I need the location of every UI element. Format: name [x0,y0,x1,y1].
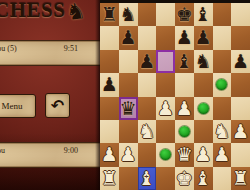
piece-white-bishop: ♝ [194,167,213,190]
square-g7[interactable] [213,26,232,49]
square-a8[interactable]: ♜ [100,3,119,26]
piece-white-pawn: ♟ [194,143,213,166]
square-f7[interactable]: ♟ [194,26,213,49]
square-d1[interactable] [156,167,175,190]
square-f8[interactable]: ♝ [194,3,213,26]
square-d6[interactable] [156,50,175,73]
piece-white-queen: ♛ [175,143,194,166]
square-b1[interactable] [119,167,138,190]
opponent-player-card: Cpu (5) 9:51 [0,40,103,66]
square-h6[interactable]: ♟ [231,50,250,73]
square-f6[interactable]: ♞ [194,50,213,73]
square-e5[interactable] [175,73,194,96]
square-c1[interactable]: ♝ [138,167,157,190]
piece-white-pawn: ♟ [100,143,119,166]
square-d2[interactable] [156,143,175,166]
square-e1[interactable]: ♚ [175,167,194,190]
square-b2[interactable]: ♟ [119,143,138,166]
piece-black-knight: ♞ [119,3,138,26]
menu-button[interactable]: Menu [0,94,36,118]
square-d4[interactable]: ♟ [156,97,175,120]
piece-white-bishop: ♝ [138,167,157,190]
square-d8[interactable] [156,3,175,26]
square-e4[interactable]: ♟ [175,97,194,120]
chess-app: CHESS♞ Cpu (5) 9:51 Menu ↶ You 9:00 ♜♞♚♝… [0,0,250,190]
piece-white-pawn: ♟ [119,143,138,166]
piece-white-rook: ♜ [231,167,250,190]
piece-black-pawn: ♟ [231,50,250,73]
square-f4[interactable] [194,97,213,120]
square-c6[interactable]: ♟ [138,50,157,73]
piece-black-pawn: ♟ [138,50,157,73]
legal-move-dot[interactable] [179,126,190,137]
opponent-name: Cpu (5) [0,44,17,53]
square-c2[interactable] [138,143,157,166]
left-panel: CHESS♞ Cpu (5) 9:51 Menu ↶ You 9:00 [0,0,100,190]
square-a5[interactable]: ♟ [100,73,119,96]
square-b6[interactable] [119,50,138,73]
square-g4[interactable] [213,97,232,120]
square-a1[interactable]: ♜ [100,167,119,190]
square-g3[interactable]: ♞ [213,120,232,143]
square-a3[interactable] [100,120,119,143]
square-c8[interactable] [138,3,157,26]
square-d5[interactable] [156,73,175,96]
square-b4[interactable]: ♛ [119,97,138,120]
square-a6[interactable] [100,50,119,73]
opponent-clock: 9:51 [64,44,78,53]
user-name: You [0,146,5,155]
knight-icon: ♞ [65,0,88,25]
square-b8[interactable]: ♞ [119,3,138,26]
square-c5[interactable] [138,73,157,96]
legal-move-dot[interactable] [216,79,227,90]
square-c4[interactable] [138,97,157,120]
piece-black-knight: ♞ [194,50,213,73]
chess-board: ♜♞♚♝♟♟♟♟♝♞♟♟♛♟♟♞♞♟♟♟♛♟♟♜♝♚♝♜ [100,0,250,190]
square-h5[interactable] [231,73,250,96]
square-d7[interactable] [156,26,175,49]
square-e7[interactable]: ♟ [175,26,194,49]
square-d3[interactable] [156,120,175,143]
piece-black-king: ♚ [175,3,194,26]
piece-white-pawn: ♟ [231,120,250,143]
square-h8[interactable] [231,3,250,26]
square-a4[interactable] [100,97,119,120]
undo-button[interactable]: ↶ [45,93,70,118]
user-clock: 9:00 [64,146,78,155]
square-h7[interactable] [231,26,250,49]
square-g8[interactable] [213,3,232,26]
square-f5[interactable] [194,73,213,96]
square-a2[interactable]: ♟ [100,143,119,166]
square-g2[interactable]: ♟ [213,143,232,166]
legal-move-dot[interactable] [198,103,209,114]
piece-white-pawn: ♟ [213,143,232,166]
piece-white-rook: ♜ [100,167,119,190]
piece-white-pawn: ♟ [156,97,175,120]
piece-black-bishop: ♝ [194,3,213,26]
square-e8[interactable]: ♚ [175,3,194,26]
user-player-card: You 9:00 [0,142,103,168]
app-title: CHESS [0,0,65,22]
square-g5[interactable] [213,73,232,96]
square-e6[interactable]: ♝ [175,50,194,73]
square-b3[interactable] [119,120,138,143]
piece-white-knight: ♞ [213,120,232,143]
undo-arrow-icon: ↶ [46,94,69,117]
square-c3[interactable]: ♞ [138,120,157,143]
square-g6[interactable] [213,50,232,73]
piece-black-pawn: ♟ [194,26,213,49]
legal-move-dot[interactable] [160,149,171,160]
board-grid: ♜♞♚♝♟♟♟♟♝♞♟♟♛♟♟♞♞♟♟♟♛♟♟♜♝♚♝♜ [100,3,250,190]
app-logo: CHESS♞ [0,0,87,24]
piece-black-pawn: ♟ [175,26,194,49]
piece-black-rook: ♜ [100,3,119,26]
square-f2[interactable]: ♟ [194,143,213,166]
square-h2[interactable] [231,143,250,166]
square-h3[interactable]: ♟ [231,120,250,143]
square-a7[interactable] [100,26,119,49]
square-e2[interactable]: ♛ [175,143,194,166]
piece-white-knight: ♞ [138,120,157,143]
square-e3[interactable] [175,120,194,143]
piece-black-pawn: ♟ [119,26,138,49]
square-f1[interactable]: ♝ [194,167,213,190]
square-f3[interactable] [194,120,213,143]
piece-black-queen: ♛ [119,97,138,120]
square-h1[interactable]: ♜ [231,167,250,190]
piece-black-pawn: ♟ [100,73,119,96]
square-b5[interactable] [119,73,138,96]
square-c7[interactable] [138,26,157,49]
square-h4[interactable] [231,97,250,120]
piece-white-pawn: ♟ [175,97,194,120]
piece-black-bishop: ♝ [175,50,194,73]
square-b7[interactable]: ♟ [119,26,138,49]
square-g1[interactable] [213,167,232,190]
piece-white-king: ♚ [175,167,194,190]
